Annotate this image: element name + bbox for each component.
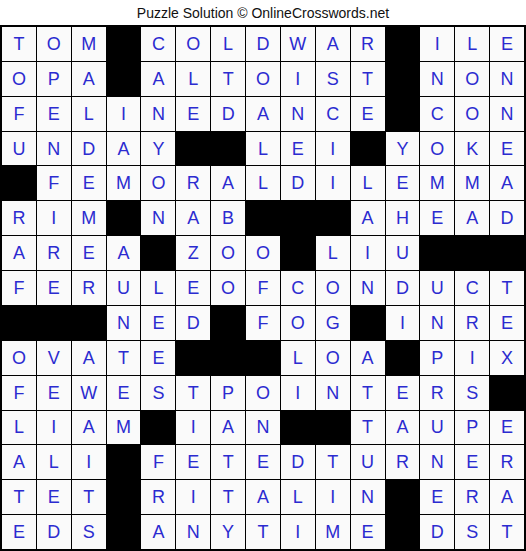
black-cell (107, 445, 141, 479)
letter-cell: I (420, 27, 454, 61)
letter-cell: N (490, 97, 524, 131)
letter-cell: N (490, 62, 524, 96)
letter-cell: T (211, 445, 245, 479)
letter-cell: L (2, 411, 36, 445)
letter-cell: R (455, 480, 489, 514)
letter-cell: D (246, 27, 280, 61)
letter-cell: F (246, 306, 280, 340)
letter-cell: E (37, 271, 71, 305)
black-cell (211, 341, 245, 375)
letter-cell: A (211, 166, 245, 200)
letter-cell: A (141, 62, 175, 96)
letter-cell: E (141, 306, 175, 340)
letter-cell: R (72, 271, 106, 305)
letter-cell: U (386, 236, 420, 270)
letter-cell: I (351, 236, 385, 270)
letter-cell: K (455, 132, 489, 166)
letter-cell: B (211, 201, 245, 235)
letter-cell: Z (176, 236, 210, 270)
letter-cell: E (72, 166, 106, 200)
letter-cell: E (2, 515, 36, 549)
black-cell (386, 341, 420, 375)
letter-cell: D (37, 515, 71, 549)
letter-cell: E (420, 480, 454, 514)
letter-cell: Y (386, 132, 420, 166)
letter-cell: E (141, 341, 175, 375)
letter-cell: T (490, 271, 524, 305)
letter-cell: R (386, 445, 420, 479)
letter-cell: O (455, 62, 489, 96)
black-cell (386, 480, 420, 514)
letter-cell: A (316, 27, 350, 61)
letter-cell: X (490, 341, 524, 375)
letter-cell: O (2, 62, 36, 96)
letter-cell: V (37, 341, 71, 375)
letter-cell: R (351, 27, 385, 61)
letter-cell: S (455, 515, 489, 549)
letter-cell: C (316, 97, 350, 131)
letter-cell: P (420, 341, 454, 375)
letter-cell: F (246, 271, 280, 305)
letter-cell: O (281, 306, 315, 340)
letter-cell: A (246, 480, 280, 514)
letter-cell: L (351, 166, 385, 200)
black-cell (176, 341, 210, 375)
crossword-grid: TOMCOLDWARILEOPAALTOISTNONFELINEDANCECON… (0, 25, 526, 551)
letter-cell: E (351, 97, 385, 131)
letter-cell: R (2, 201, 36, 235)
letter-cell: R (141, 480, 175, 514)
letter-cell: A (386, 411, 420, 445)
letter-cell: A (176, 201, 210, 235)
letter-cell: M (107, 411, 141, 445)
letter-cell: E (37, 376, 71, 410)
letter-cell: L (211, 27, 245, 61)
letter-cell: F (2, 376, 36, 410)
black-cell (316, 201, 350, 235)
letter-cell: O (246, 236, 280, 270)
letter-cell: A (246, 97, 280, 131)
letter-cell: L (37, 445, 71, 479)
letter-cell: F (37, 166, 71, 200)
letter-cell: D (281, 445, 315, 479)
black-cell (176, 132, 210, 166)
letter-cell: U (420, 411, 454, 445)
letter-cell: L (246, 166, 280, 200)
letter-cell: I (281, 515, 315, 549)
black-cell (107, 201, 141, 235)
letter-cell: A (72, 341, 106, 375)
letter-cell: S (455, 376, 489, 410)
letter-cell: N (316, 376, 350, 410)
letter-cell: T (246, 515, 280, 549)
letter-cell: P (37, 62, 71, 96)
black-cell (351, 306, 385, 340)
letter-cell: M (316, 515, 350, 549)
letter-cell: I (281, 376, 315, 410)
letter-cell: M (455, 166, 489, 200)
letter-cell: N (246, 411, 280, 445)
letter-cell: O (141, 166, 175, 200)
letter-cell: T (107, 341, 141, 375)
black-cell (490, 376, 524, 410)
letter-cell: T (351, 411, 385, 445)
letter-cell: A (107, 236, 141, 270)
letter-cell: M (72, 27, 106, 61)
puzzle-solution-page: Puzzle Solution © OnlineCrosswords.net T… (0, 0, 526, 551)
letter-cell: A (2, 445, 36, 479)
letter-cell: T (2, 480, 36, 514)
black-cell (107, 515, 141, 549)
page-title: Puzzle Solution © OnlineCrosswords.net (0, 0, 526, 25)
letter-cell: S (141, 376, 175, 410)
letter-cell: O (211, 236, 245, 270)
letter-cell: E (37, 97, 71, 131)
letter-cell: E (176, 445, 210, 479)
letter-cell: N (141, 201, 175, 235)
letter-cell: N (420, 62, 454, 96)
letter-cell: E (107, 376, 141, 410)
letter-cell: F (141, 445, 175, 479)
letter-cell: W (72, 376, 106, 410)
letter-cell: F (2, 271, 36, 305)
letter-cell: W (281, 27, 315, 61)
letter-cell: O (37, 27, 71, 61)
letter-cell: O (420, 132, 454, 166)
letter-cell: U (420, 271, 454, 305)
letter-cell: N (37, 132, 71, 166)
letter-cell: I (455, 341, 489, 375)
letter-cell: O (176, 27, 210, 61)
letter-cell: A (490, 166, 524, 200)
letter-cell: Y (211, 515, 245, 549)
letter-cell: D (281, 166, 315, 200)
letter-cell: F (2, 97, 36, 131)
letter-cell: H (386, 201, 420, 235)
letter-cell: O (2, 341, 36, 375)
letter-cell: N (176, 515, 210, 549)
letter-cell: E (176, 97, 210, 131)
black-cell (316, 411, 350, 445)
letter-cell: E (37, 480, 71, 514)
letter-cell: S (316, 62, 350, 96)
letter-cell: T (490, 515, 524, 549)
letter-cell: D (490, 201, 524, 235)
letter-cell: I (72, 445, 106, 479)
letter-cell: E (246, 445, 280, 479)
letter-cell: T (351, 376, 385, 410)
black-cell (141, 236, 175, 270)
letter-cell: S (72, 515, 106, 549)
black-cell (281, 236, 315, 270)
letter-cell: A (2, 236, 36, 270)
letter-cell: Y (141, 132, 175, 166)
black-cell (351, 132, 385, 166)
letter-cell: T (211, 62, 245, 96)
letter-cell: C (455, 271, 489, 305)
letter-cell: I (176, 480, 210, 514)
letter-cell: D (176, 306, 210, 340)
black-cell (490, 236, 524, 270)
letter-cell: A (211, 411, 245, 445)
letter-cell: P (455, 411, 489, 445)
letter-cell: T (351, 62, 385, 96)
letter-cell: C (420, 97, 454, 131)
letter-cell: O (455, 97, 489, 131)
black-cell (386, 515, 420, 549)
letter-cell: M (107, 166, 141, 200)
letter-cell: R (176, 166, 210, 200)
letter-cell: N (420, 306, 454, 340)
letter-cell: D (72, 132, 106, 166)
letter-cell: E (281, 132, 315, 166)
letter-cell: T (316, 445, 350, 479)
letter-cell: C (281, 271, 315, 305)
letter-cell: I (316, 166, 350, 200)
letter-cell: O (316, 341, 350, 375)
letter-cell: L (316, 236, 350, 270)
letter-cell: G (316, 306, 350, 340)
letter-cell: C (141, 27, 175, 61)
letter-cell: L (246, 132, 280, 166)
letter-cell: T (211, 480, 245, 514)
letter-cell: R (37, 236, 71, 270)
letter-cell: E (490, 132, 524, 166)
letter-cell: P (211, 376, 245, 410)
letter-cell: A (141, 515, 175, 549)
letter-cell: O (246, 376, 280, 410)
letter-cell: L (141, 271, 175, 305)
letter-cell: T (176, 376, 210, 410)
letter-cell: T (72, 480, 106, 514)
letter-cell: L (281, 480, 315, 514)
letter-cell: A (107, 132, 141, 166)
letter-cell: T (2, 27, 36, 61)
letter-cell: I (37, 201, 71, 235)
letter-cell: E (351, 515, 385, 549)
black-cell (246, 341, 280, 375)
letter-cell: E (490, 27, 524, 61)
letter-cell: I (107, 97, 141, 131)
letter-cell: A (455, 201, 489, 235)
letter-cell: O (211, 271, 245, 305)
letter-cell: E (455, 445, 489, 479)
letter-cell: E (176, 271, 210, 305)
letter-cell: N (281, 97, 315, 131)
letter-cell: E (386, 166, 420, 200)
letter-cell: L (455, 27, 489, 61)
letter-cell: I (316, 132, 350, 166)
letter-cell: I (176, 411, 210, 445)
black-cell (246, 201, 280, 235)
letter-cell: M (420, 166, 454, 200)
letter-cell: M (72, 201, 106, 235)
black-cell (2, 306, 36, 340)
letter-cell: N (351, 271, 385, 305)
letter-cell: U (351, 445, 385, 479)
letter-cell: D (211, 97, 245, 131)
black-cell (107, 62, 141, 96)
black-cell (281, 411, 315, 445)
letter-cell: R (455, 306, 489, 340)
letter-cell: D (386, 271, 420, 305)
letter-cell: A (72, 411, 106, 445)
letter-cell: L (176, 62, 210, 96)
letter-cell: N (141, 97, 175, 131)
letter-cell: U (2, 132, 36, 166)
letter-cell: O (316, 271, 350, 305)
letter-cell: D (420, 515, 454, 549)
letter-cell: E (490, 411, 524, 445)
letter-cell: I (316, 480, 350, 514)
black-cell (211, 132, 245, 166)
black-cell (72, 306, 106, 340)
letter-cell: R (420, 376, 454, 410)
black-cell (107, 480, 141, 514)
black-cell (281, 201, 315, 235)
letter-cell: N (420, 445, 454, 479)
letter-cell: E (386, 376, 420, 410)
letter-cell: A (351, 341, 385, 375)
letter-cell: I (281, 62, 315, 96)
black-cell (141, 411, 175, 445)
letter-cell: L (72, 97, 106, 131)
black-cell (37, 306, 71, 340)
letter-cell: I (386, 306, 420, 340)
letter-cell: R (490, 445, 524, 479)
letter-cell: O (246, 62, 280, 96)
black-cell (386, 97, 420, 131)
letter-cell: E (420, 201, 454, 235)
letter-cell: A (490, 480, 524, 514)
black-cell (455, 236, 489, 270)
letter-cell: N (351, 480, 385, 514)
letter-cell: U (107, 271, 141, 305)
letter-cell: I (37, 411, 71, 445)
black-cell (211, 306, 245, 340)
black-cell (2, 166, 36, 200)
letter-cell: A (351, 201, 385, 235)
black-cell (107, 27, 141, 61)
letter-cell: E (490, 306, 524, 340)
letter-cell: L (281, 341, 315, 375)
black-cell (420, 236, 454, 270)
black-cell (386, 62, 420, 96)
letter-cell: N (107, 306, 141, 340)
letter-cell: A (72, 62, 106, 96)
black-cell (386, 27, 420, 61)
letter-cell: E (72, 236, 106, 270)
